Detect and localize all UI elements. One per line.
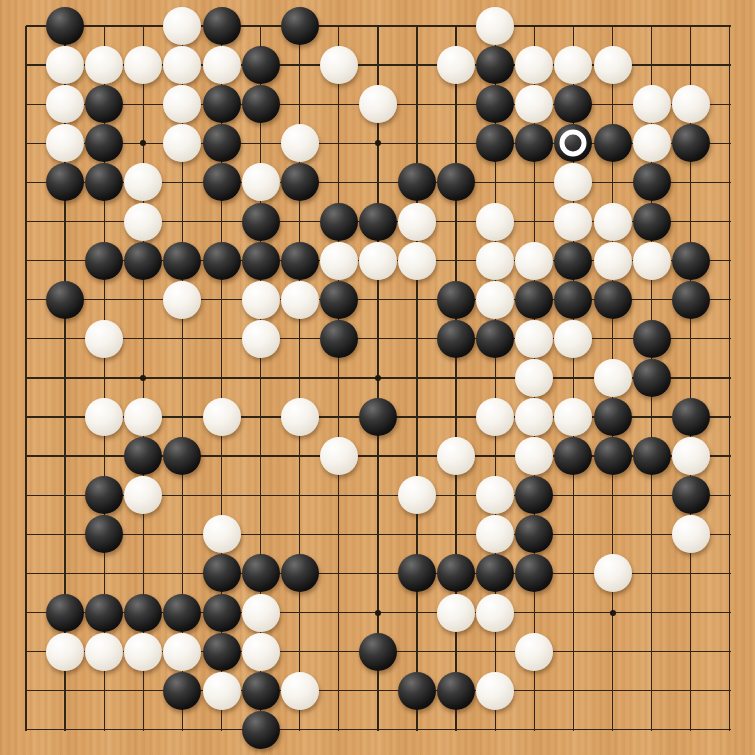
stone-white: [398, 242, 436, 280]
stone-black: [163, 437, 201, 475]
stone-black: [633, 203, 671, 241]
stone-black: [281, 242, 319, 280]
stone-black: [554, 437, 592, 475]
stone-black: [476, 124, 514, 162]
stone-white: [163, 281, 201, 319]
grid-line-horizontal: [26, 690, 731, 691]
grid-line-vertical: [25, 26, 26, 731]
stone-black: [203, 242, 241, 280]
stone-white: [554, 203, 592, 241]
stone-white: [320, 46, 358, 84]
stone-black: [476, 85, 514, 123]
stone-white: [633, 242, 671, 280]
stone-black: [437, 320, 475, 358]
stone-black: [594, 281, 632, 319]
stone-white: [476, 242, 514, 280]
stone-white: [203, 672, 241, 710]
stone-white: [437, 46, 475, 84]
stone-black: [594, 124, 632, 162]
stone-black: [203, 85, 241, 123]
stone-white: [476, 281, 514, 319]
stone-white: [85, 46, 123, 84]
stone-white: [476, 203, 514, 241]
stone-black: [85, 515, 123, 553]
stone-white: [476, 594, 514, 632]
stone-black: [398, 554, 436, 592]
stone-black: [124, 594, 162, 632]
stone-black: [46, 594, 84, 632]
stone-black: [672, 476, 710, 514]
stone-black: [203, 594, 241, 632]
stone-black: [242, 242, 280, 280]
stone-black: [85, 476, 123, 514]
stone-white: [242, 633, 280, 671]
stone-black: [124, 242, 162, 280]
stone-black: [594, 398, 632, 436]
stone-white: [242, 594, 280, 632]
stone-white: [163, 124, 201, 162]
stone-black: [203, 124, 241, 162]
stone-black: [242, 46, 280, 84]
stone-white: [476, 672, 514, 710]
stone-white: [515, 46, 553, 84]
stone-black: [515, 554, 553, 592]
stone-black: [672, 398, 710, 436]
stone-white: [281, 124, 319, 162]
stone-black: [320, 320, 358, 358]
stone-white: [203, 398, 241, 436]
stone-black: [554, 281, 592, 319]
stone-black: [320, 203, 358, 241]
stone-white: [437, 437, 475, 475]
stone-white: [398, 476, 436, 514]
stone-white: [320, 437, 358, 475]
stone-black: [320, 281, 358, 319]
stone-black: [672, 281, 710, 319]
star-point: [375, 140, 381, 146]
stone-black: [203, 163, 241, 201]
stone-black: [515, 515, 553, 553]
stone-white: [476, 515, 514, 553]
stone-black: [515, 476, 553, 514]
stone-black: [554, 85, 592, 123]
grid-line-horizontal: [26, 25, 731, 26]
stone-black: [124, 437, 162, 475]
stone-white: [359, 242, 397, 280]
stone-black: [242, 554, 280, 592]
go-app: [0, 0, 755, 755]
stone-white: [124, 398, 162, 436]
stone-black: [203, 633, 241, 671]
stone-black: [359, 398, 397, 436]
stone-black: [633, 320, 671, 358]
stone-black: [281, 7, 319, 45]
stone-white: [672, 515, 710, 553]
stone-white: [203, 515, 241, 553]
stone-black: [46, 7, 84, 45]
stone-white: [554, 163, 592, 201]
stone-black: [281, 163, 319, 201]
stone-black: [515, 124, 553, 162]
stone-white: [554, 46, 592, 84]
stone-white: [281, 672, 319, 710]
stone-white: [515, 85, 553, 123]
grid-line-horizontal: [26, 729, 731, 730]
stone-white: [633, 124, 671, 162]
stone-black: [85, 124, 123, 162]
stone-black: [281, 554, 319, 592]
stone-white: [281, 398, 319, 436]
stone-white: [515, 320, 553, 358]
stone-black: [85, 242, 123, 280]
stone-white: [554, 398, 592, 436]
stone-black: [476, 46, 514, 84]
stone-black: [437, 672, 475, 710]
star-point: [140, 375, 146, 381]
stone-black: [515, 281, 553, 319]
stone-white: [203, 46, 241, 84]
stone-black: [437, 163, 475, 201]
stone-white: [476, 398, 514, 436]
stone-white: [515, 633, 553, 671]
stone-white: [46, 85, 84, 123]
stone-white: [594, 46, 632, 84]
stone-white: [515, 359, 553, 397]
stone-black: [85, 85, 123, 123]
stone-white: [476, 476, 514, 514]
grid-line-horizontal: [26, 534, 731, 535]
stone-black: [163, 242, 201, 280]
stone-white: [85, 320, 123, 358]
stone-black: [476, 554, 514, 592]
stone-black: [554, 242, 592, 280]
stone-white: [124, 163, 162, 201]
stone-black: [46, 163, 84, 201]
stone-white: [85, 633, 123, 671]
stone-white: [46, 124, 84, 162]
star-point: [375, 375, 381, 381]
stone-black: [398, 672, 436, 710]
stone-white: [242, 163, 280, 201]
stone-black: [242, 85, 280, 123]
grid-line-vertical: [338, 26, 339, 731]
star-point: [140, 140, 146, 146]
stone-black: [85, 163, 123, 201]
stone-black: [554, 124, 592, 162]
stone-black: [437, 554, 475, 592]
stone-black: [203, 7, 241, 45]
last-move-marker-icon: [560, 130, 587, 157]
stone-white: [594, 203, 632, 241]
stone-white: [594, 242, 632, 280]
stone-black: [359, 633, 397, 671]
stone-black: [672, 242, 710, 280]
stone-white: [633, 85, 671, 123]
stone-white: [163, 46, 201, 84]
grid-line-vertical: [729, 26, 730, 731]
star-point: [375, 610, 381, 616]
stone-white: [672, 437, 710, 475]
stone-black: [633, 163, 671, 201]
stone-white: [594, 359, 632, 397]
stone-white: [554, 320, 592, 358]
stone-white: [46, 633, 84, 671]
stone-black: [437, 281, 475, 319]
stone-white: [124, 633, 162, 671]
stone-white: [124, 203, 162, 241]
stone-black: [359, 203, 397, 241]
stone-white: [515, 437, 553, 475]
stone-black: [163, 594, 201, 632]
stone-white: [242, 281, 280, 319]
stone-black: [242, 711, 280, 749]
stone-black: [242, 203, 280, 241]
stone-white: [398, 203, 436, 241]
stone-black: [476, 320, 514, 358]
stone-white: [515, 398, 553, 436]
stone-white: [476, 7, 514, 45]
stone-black: [398, 163, 436, 201]
go-board[interactable]: [0, 0, 755, 755]
stone-black: [46, 281, 84, 319]
stone-white: [46, 46, 84, 84]
stone-black: [203, 554, 241, 592]
stone-white: [515, 242, 553, 280]
stone-white: [124, 46, 162, 84]
grid-line-vertical: [416, 26, 417, 731]
stone-white: [163, 85, 201, 123]
stone-white: [594, 554, 632, 592]
stone-white: [320, 242, 358, 280]
stone-white: [281, 281, 319, 319]
stone-black: [672, 124, 710, 162]
stone-white: [672, 85, 710, 123]
stone-black: [242, 672, 280, 710]
star-point: [610, 610, 616, 616]
stone-black: [85, 594, 123, 632]
stone-white: [85, 398, 123, 436]
stone-white: [242, 320, 280, 358]
stone-white: [359, 85, 397, 123]
stone-black: [163, 672, 201, 710]
stone-white: [163, 633, 201, 671]
stone-white: [163, 7, 201, 45]
stone-white: [437, 594, 475, 632]
grid-line-horizontal: [26, 338, 731, 339]
stone-white: [124, 476, 162, 514]
stone-black: [633, 359, 671, 397]
stone-black: [633, 437, 671, 475]
stone-black: [594, 437, 632, 475]
